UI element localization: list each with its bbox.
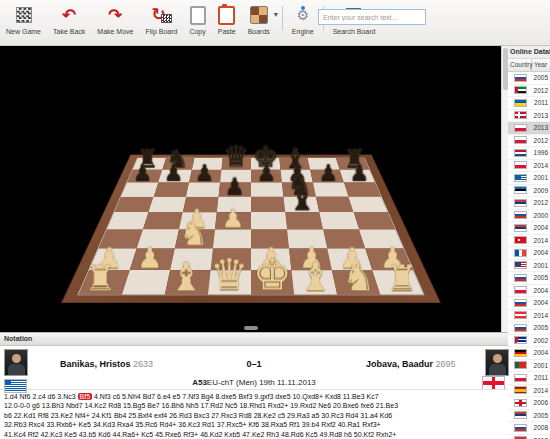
white-rook-piece[interactable]: ♜ — [84, 261, 116, 296]
square-e7[interactable]: ♟ — [251, 170, 282, 183]
move-line: 1.d4 Nf6 2.c4 d6 3.Nc3 Bf5 4.Nf3 c6 5.Nh… — [4, 392, 504, 401]
black-pawn-piece[interactable]: ♟ — [319, 162, 339, 184]
white-bishop-piece[interactable]: ♝ — [169, 257, 204, 296]
square-c6[interactable] — [186, 183, 220, 197]
germany-flag-icon — [514, 349, 527, 357]
white-pawn-piece[interactable]: ♟ — [137, 244, 163, 272]
square-d8[interactable]: ♛ — [221, 158, 251, 170]
row-year: 2009 — [532, 187, 550, 194]
square-h4[interactable] — [353, 212, 395, 229]
square-d6[interactable]: ♟ — [219, 183, 251, 197]
database-row[interactable]: 2005 — [508, 272, 550, 285]
chess-board-3d[interactable]: ♜♞♛♚♝♜♟♟♟♟♟♟♟♟♞♝♟♟♞♟♟♟♟♟♟♜♝♛♚♝♞♜ — [61, 155, 441, 303]
paste-icon — [218, 6, 235, 25]
square-a4[interactable] — [107, 212, 149, 229]
database-row[interactable]: 2012 — [508, 135, 550, 148]
row-year: 2001 — [532, 362, 550, 369]
copy-label: Copy — [189, 28, 205, 35]
database-row[interactable]: 2001 — [508, 360, 550, 373]
russia-flag-icon — [514, 74, 527, 82]
database-row[interactable]: 2004 — [508, 297, 550, 310]
square-h5[interactable] — [348, 197, 387, 213]
database-row[interactable]: 2006 — [508, 397, 550, 410]
board-stage: ♜♞♛♚♝♜♟♟♟♟♟♟♟♟♞♝♟♟♞♟♟♟♟♟♟♜♝♛♚♝♞♜ — [0, 45, 501, 332]
take-back-label: Take Back — [53, 28, 85, 35]
row-year: 2014 — [532, 312, 550, 319]
row-year: 2014 — [532, 237, 550, 244]
country-column-header[interactable]: Country — [508, 59, 532, 71]
poland-flag-icon — [514, 286, 527, 294]
row-year: 2004 — [532, 224, 550, 231]
row-year: 2012 — [532, 199, 550, 206]
row-year: 2008 — [532, 424, 550, 431]
russia-flag-icon — [514, 299, 527, 307]
database-row[interactable]: 2005 — [508, 322, 550, 335]
black-pawn-piece[interactable]: ♟ — [257, 162, 277, 184]
new-game-button[interactable]: New Game — [0, 0, 47, 35]
square-f1[interactable]: ♝ — [291, 270, 337, 294]
boards-label: Boards — [248, 28, 270, 35]
black-player-photo — [485, 349, 509, 376]
square-f5[interactable]: ♝ — [283, 197, 319, 213]
boards-button[interactable]: Boards — [242, 0, 276, 35]
row-year: 2011 — [532, 99, 550, 106]
move-line: 32.Rb3 Rxc4 33.Rxb6+ Ke5 34.Kd3 Rxa4 35.… — [4, 420, 504, 429]
database-row[interactable]: 2005 — [508, 72, 550, 85]
database-rows: 2005201220112013201320121996201420012009… — [508, 72, 550, 439]
copy-button[interactable]: Copy — [183, 0, 211, 35]
online-database-panel: Online Database Country Year 20052012201… — [508, 45, 550, 439]
boards-dropdown-caret[interactable]: ▾ — [274, 10, 278, 19]
russia-flag-icon — [514, 211, 527, 219]
square-a6[interactable] — [121, 183, 158, 197]
square-a1[interactable]: ♜ — [79, 270, 130, 294]
database-column-headers: Country Year — [508, 59, 550, 72]
event-name: EU-chT (Men) 19th — [207, 378, 275, 387]
database-row[interactable]: 2004 — [508, 285, 550, 298]
serbia-flag-icon — [514, 411, 527, 419]
undo-arrow-icon: ↶ — [62, 7, 76, 24]
white-pawn-piece[interactable]: ♟ — [222, 206, 245, 231]
square-e4[interactable] — [251, 212, 287, 229]
denmark-flag-icon — [514, 111, 527, 119]
france-flag-icon — [514, 249, 527, 257]
estonia-flag-icon — [514, 186, 527, 194]
cuba-flag-icon — [514, 336, 527, 344]
square-d4[interactable]: ♟ — [215, 212, 251, 229]
square-g5[interactable] — [316, 197, 354, 213]
row-year: 2004 — [532, 249, 550, 256]
database-row[interactable]: 1996 — [508, 147, 550, 160]
engine-icon: ⚙ — [295, 6, 311, 24]
database-row[interactable]: 2005 — [508, 410, 550, 423]
database-row[interactable]: 2013 — [508, 110, 550, 123]
square-d1[interactable]: ♛ — [208, 270, 251, 294]
square-g4[interactable] — [319, 212, 359, 229]
poland-flag-icon — [514, 124, 527, 132]
white-bishop-piece[interactable]: ♝ — [298, 257, 333, 296]
flip-board-icon: ↻ — [151, 6, 171, 24]
move-line: 41.Kc4 Rf2 42.Kc3 Ke5 43.b5 Kd6 44.Ra6+ … — [4, 430, 504, 439]
splitter-handle[interactable] — [244, 326, 258, 330]
row-year: 2000 — [532, 212, 550, 219]
square-c7[interactable]: ♟ — [189, 170, 221, 183]
poland-flag-icon — [514, 374, 527, 382]
russia-flag-icon — [514, 274, 527, 282]
poland-flag-icon — [514, 136, 527, 144]
greece-flag-icon — [514, 174, 527, 182]
black-pawn-piece[interactable]: ♟ — [164, 162, 184, 184]
square-g1[interactable]: ♞ — [332, 270, 380, 294]
database-row[interactable]: 2000 — [508, 210, 550, 223]
make-move-label: Make Move — [97, 28, 133, 35]
black-pawn-piece[interactable]: ♟ — [350, 162, 370, 184]
row-year: 2005 — [532, 324, 550, 331]
square-a5[interactable] — [114, 197, 153, 213]
netherlands-flag-icon — [514, 149, 527, 157]
russia-flag-icon — [514, 424, 527, 432]
black-player-rating: 2695 — [436, 359, 456, 369]
square-h6[interactable] — [344, 183, 381, 197]
database-row[interactable]: 2009 — [508, 185, 550, 198]
notation-header[interactable]: Notation — [0, 332, 508, 346]
square-b6[interactable] — [154, 183, 190, 197]
new-game-label: New Game — [6, 28, 41, 35]
row-year: 2005 — [532, 412, 550, 419]
row-year: 2004 — [532, 299, 550, 306]
notation-panel: Notation Banikas, Hristos 2633 0–1 Jobav… — [0, 332, 508, 439]
black-pawn-piece[interactable]: ♟ — [195, 162, 215, 184]
database-row[interactable]: 2004 — [508, 347, 550, 360]
current-move-highlight[interactable]: Bf5 — [78, 393, 93, 400]
square-e1[interactable]: ♚ — [251, 270, 294, 294]
database-row[interactable]: 2008 — [508, 422, 550, 435]
database-row[interactable]: 2014 — [508, 160, 550, 173]
database-row[interactable]: 2013 — [508, 435, 550, 439]
white-queen-piece[interactable]: ♛ — [210, 253, 249, 296]
serbia-flag-icon — [514, 224, 527, 232]
board-squares: ♜♞♛♚♝♜♟♟♟♟♟♟♟♟♞♝♟♟♞♟♟♟♟♟♟♜♝♛♚♝♞♜ — [77, 158, 424, 295]
square-b7[interactable]: ♟ — [158, 170, 192, 183]
row-year: 2012 — [532, 137, 550, 144]
boards-icon — [250, 6, 268, 24]
database-row[interactable]: 2012 — [508, 197, 550, 210]
white-king-piece[interactable]: ♚ — [253, 253, 292, 296]
database-row[interactable]: 2001 — [508, 260, 550, 273]
flip-board-label: Flip Board — [146, 28, 178, 35]
row-year: 2004 — [532, 287, 550, 294]
square-b1[interactable] — [122, 270, 170, 294]
database-row[interactable]: 2002 — [508, 335, 550, 348]
poland-flag-icon — [514, 161, 527, 169]
square-c3[interactable]: ♞ — [175, 229, 215, 248]
portugal-flag-icon — [514, 361, 527, 369]
new-game-board-icon — [16, 7, 32, 23]
row-year: 2013 — [532, 112, 550, 119]
row-year: 2012 — [532, 87, 550, 94]
move-list[interactable]: 1.d4 Nf6 2.c4 d6 3.Nc3 Bf5 4.Nf3 c6 5.Nh… — [0, 389, 508, 439]
take-back-button[interactable]: ↶ Take Back — [47, 0, 91, 35]
game-header: Banikas, Hristos 2633 0–1 Jobava, Baadur… — [0, 346, 508, 391]
paste-button[interactable]: Paste — [212, 0, 242, 35]
square-b5[interactable] — [149, 197, 187, 213]
square-g6[interactable] — [313, 183, 349, 197]
board-frame: ♜♞♛♚♝♜♟♟♟♟♟♟♟♟♞♝♟♟♞♟♟♟♟♟♟♜♝♛♚♝♞♜ — [61, 155, 441, 303]
database-row[interactable]: 2014 — [508, 310, 550, 323]
online-database-title: Online Database — [508, 45, 550, 59]
square-c1[interactable]: ♝ — [165, 270, 211, 294]
toolbar-separator — [282, 6, 283, 30]
database-row[interactable]: 2004 — [508, 222, 550, 235]
engine-button[interactable]: ⚙ Engine — [286, 0, 320, 35]
row-year: 2002 — [532, 337, 550, 344]
search-board-label: Search Board — [333, 28, 376, 35]
usa-flag-icon — [514, 261, 527, 269]
serbia-flag-icon — [514, 199, 527, 207]
database-row[interactable]: 2013 — [508, 122, 550, 135]
square-h7[interactable]: ♟ — [340, 170, 375, 183]
year-column-header[interactable]: Year — [532, 59, 550, 71]
search-input[interactable] — [318, 9, 426, 25]
database-row[interactable]: 2014 — [508, 385, 550, 398]
black-pawn-piece[interactable]: ♟ — [133, 162, 153, 184]
russia-flag-icon — [514, 324, 527, 332]
row-year: 2005 — [532, 274, 550, 281]
spain-flag-icon — [514, 386, 527, 394]
database-row[interactable]: 2014 — [508, 235, 550, 248]
copy-icon — [190, 6, 206, 25]
row-year: 2013 — [532, 124, 550, 131]
database-row[interactable]: 2012 — [508, 85, 550, 98]
square-a7[interactable]: ♟ — [127, 170, 162, 183]
black-pawn-piece[interactable]: ♟ — [224, 175, 245, 198]
row-year: 2014 — [532, 162, 550, 169]
make-move-button[interactable]: ↷ Make Move — [91, 0, 139, 35]
event-line: A53EU-chT (Men) 19th 11.11.2013 — [0, 378, 508, 387]
database-row[interactable]: 2011 — [508, 97, 550, 110]
square-d3[interactable] — [213, 229, 251, 248]
paste-label: Paste — [218, 28, 236, 35]
database-row[interactable]: 2004 — [508, 247, 550, 260]
uae-flag-icon — [514, 86, 527, 94]
move-line: b6 22.Kd1 Rf8 23.Ke2 Nf4+ 24.Kf1 Bb4 25.… — [4, 411, 504, 420]
ukraine-flag-icon — [514, 99, 527, 107]
row-year: 2011 — [532, 374, 550, 381]
flip-board-button[interactable]: ↻ Flip Board — [140, 0, 184, 35]
white-knight-piece[interactable]: ♞ — [179, 217, 209, 250]
row-year: 1996 — [532, 149, 550, 156]
white-knight-piece[interactable]: ♞ — [342, 259, 375, 296]
chess-application-window: New Game ↶ Take Back ↷ Make Move ↻ Flip … — [0, 0, 550, 439]
toolbar: New Game ↶ Take Back ↷ Make Move ↻ Flip … — [0, 0, 550, 46]
row-year: 2006 — [532, 399, 550, 406]
redo-arrow-icon: ↷ — [108, 7, 122, 24]
eco-code: A53 — [192, 378, 207, 387]
black-player-name: Jobava, Baadur 2695 — [366, 359, 456, 369]
square-e5[interactable] — [251, 197, 285, 213]
white-rook-piece[interactable]: ♜ — [386, 261, 418, 296]
turkey-flag-icon — [514, 236, 527, 244]
square-b4[interactable] — [143, 212, 183, 229]
austria-flag-icon — [514, 311, 527, 319]
row-year: 2005 — [532, 74, 550, 81]
square-f4[interactable] — [285, 212, 323, 229]
black-queen-piece[interactable]: ♛ — [223, 142, 250, 172]
square-e6[interactable] — [251, 183, 283, 197]
database-row[interactable]: 2011 — [508, 372, 550, 385]
row-year: 2001 — [532, 262, 550, 269]
square-h1[interactable]: ♜ — [372, 270, 423, 294]
engine-label: Engine — [292, 28, 314, 35]
database-row[interactable]: 2001 — [508, 172, 550, 185]
row-year: 2014 — [532, 387, 550, 394]
black-bishop-piece[interactable]: ♝ — [288, 183, 316, 214]
england-flag-icon — [514, 399, 527, 407]
row-year: 2001 — [532, 174, 550, 181]
row-year: 2004 — [532, 349, 550, 356]
event-date: 11.11.2013 — [277, 378, 316, 387]
move-line: 12.0-0-0 g6 13.Bh3 Nbd7 14.Kc2 Rd8 15.Bg… — [4, 401, 504, 410]
